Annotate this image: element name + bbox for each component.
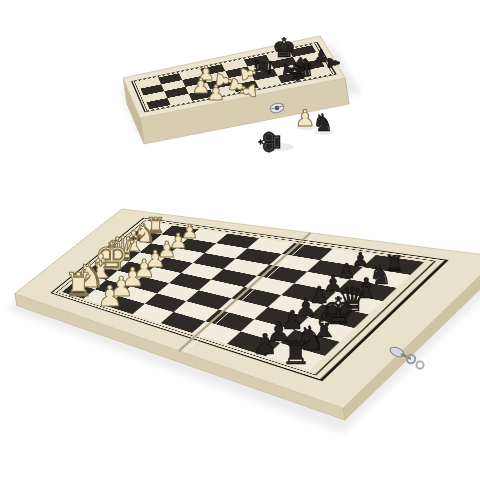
chess-pieces-layer: ♚♟♞♟♜♝♛♟♟♟♟♟♟♟♟♞♚♜♟♞♟♝♟♛♟♟♚♜♟♝♟♞♟♞♟♜♟♝♟♟…: [0, 0, 480, 480]
piece-black-pawn: ♟: [252, 327, 278, 361]
piece-black-rook: ♜: [282, 334, 311, 372]
piece-white-pawn: ♟: [97, 279, 123, 313]
piece-black-knight: ♞: [312, 109, 334, 137]
piece-white-pawn: ♟: [235, 81, 260, 101]
piece-black-pawn: ♟: [324, 56, 343, 70]
piece-white-rook: ♜: [64, 266, 93, 304]
chess-set-product-photo: ♚♟♞♟♜♝♛♟♟♟♟♟♟♟♟♞♚♜♟♞♟♝♟♛♟♟♚♜♟♝♟♞♟♞♟♜♟♝♟♟…: [0, 0, 480, 480]
piece-white-pawn: ♟: [207, 81, 226, 105]
piece-black-king: ♚: [253, 129, 287, 155]
